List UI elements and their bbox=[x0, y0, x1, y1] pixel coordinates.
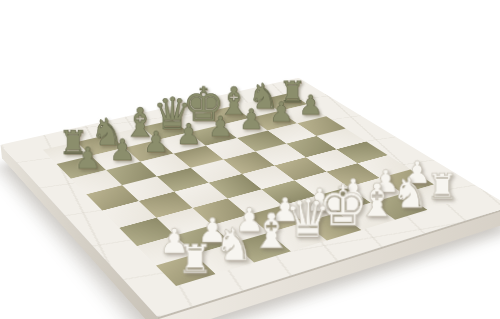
green-pawn: ♟ bbox=[109, 136, 135, 166]
green-pawn: ♟ bbox=[75, 144, 102, 174]
white-bishop: ♝ bbox=[250, 208, 293, 256]
white-knight: ♞ bbox=[214, 222, 255, 267]
green-pawn: ♟ bbox=[239, 106, 264, 134]
green-pawn: ♟ bbox=[143, 128, 169, 157]
white-rook: ♜ bbox=[177, 239, 213, 279]
green-pawn: ♟ bbox=[299, 92, 323, 119]
green-pawn: ♟ bbox=[208, 113, 233, 141]
chess-board: ♜♞♝♛♚♝♞♜♟♟♟♟♟♟♟♟♟♟♟♟♟♟♟♟♜♞♝♛♚♝♞♜ bbox=[1, 78, 500, 317]
photo-scene: ♜♞♝♛♚♝♞♜♟♟♟♟♟♟♟♟♟♟♟♟♟♟♟♟♜♞♝♛♚♝♞♜ bbox=[0, 0, 500, 319]
white-rook: ♜ bbox=[426, 168, 458, 204]
green-pawn: ♟ bbox=[176, 120, 202, 149]
square-a7: ♟ bbox=[57, 156, 107, 179]
green-pawn: ♟ bbox=[269, 99, 294, 127]
